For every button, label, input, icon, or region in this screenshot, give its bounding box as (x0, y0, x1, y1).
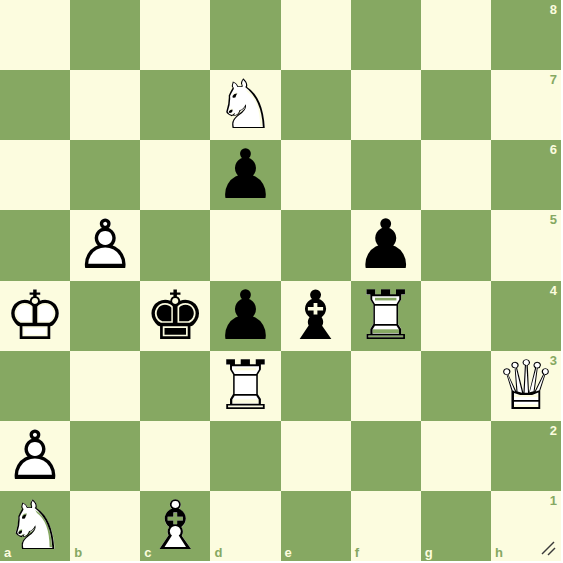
black-pawn[interactable]: ♟ (351, 210, 421, 280)
square-g7[interactable] (421, 70, 491, 140)
square-c3[interactable] (140, 351, 210, 421)
rank-label-7: 7 (550, 72, 557, 87)
chess-board: 8♞♘7♟6♟♙♟5♚♔♚♟♝♜♖4♜♖3♛♕♟♙2a♞♘bc♝♗defgh1 (0, 0, 561, 561)
square-f8[interactable] (351, 0, 421, 70)
square-d3[interactable]: ♜♖ (210, 351, 280, 421)
white-king[interactable]: ♚♔ (0, 281, 70, 351)
black-pawn-fill: ♟ (351, 210, 421, 280)
square-b3[interactable] (70, 351, 140, 421)
white-rook[interactable]: ♜♖ (210, 351, 280, 421)
white-king-outline: ♔ (0, 281, 70, 351)
square-e1[interactable]: e (281, 491, 351, 561)
square-b4[interactable] (70, 281, 140, 351)
white-pawn-outline: ♙ (70, 210, 140, 280)
black-pawn[interactable]: ♟ (210, 281, 280, 351)
square-e7[interactable] (281, 70, 351, 140)
square-c1[interactable]: c♝♗ (140, 491, 210, 561)
white-bishop[interactable]: ♝♗ (140, 491, 210, 561)
rank-label-4: 4 (550, 283, 557, 298)
square-c8[interactable] (140, 0, 210, 70)
square-g3[interactable] (421, 351, 491, 421)
square-c5[interactable] (140, 210, 210, 280)
square-f4[interactable]: ♜♖ (351, 281, 421, 351)
rank-label-8: 8 (550, 2, 557, 17)
square-d6[interactable]: ♟ (210, 140, 280, 210)
square-e2[interactable] (281, 421, 351, 491)
black-king-fill: ♚ (140, 281, 210, 351)
file-label-d: d (214, 545, 222, 560)
file-label-h: h (495, 545, 503, 560)
square-d8[interactable] (210, 0, 280, 70)
square-h6[interactable]: 6 (491, 140, 561, 210)
white-knight[interactable]: ♞♘ (210, 70, 280, 140)
white-queen-outline: ♕ (491, 351, 561, 421)
square-h3[interactable]: 3♛♕ (491, 351, 561, 421)
square-h4[interactable]: 4 (491, 281, 561, 351)
resize-handle-icon[interactable] (541, 541, 556, 556)
square-d7[interactable]: ♞♘ (210, 70, 280, 140)
white-queen[interactable]: ♛♕ (491, 351, 561, 421)
rank-label-5: 5 (550, 212, 557, 227)
square-f3[interactable] (351, 351, 421, 421)
square-b8[interactable] (70, 0, 140, 70)
white-bishop-outline: ♗ (140, 491, 210, 561)
square-a6[interactable] (0, 140, 70, 210)
white-rook-outline: ♖ (210, 351, 280, 421)
square-a1[interactable]: a♞♘ (0, 491, 70, 561)
square-d1[interactable]: d (210, 491, 280, 561)
square-a7[interactable] (0, 70, 70, 140)
white-rook[interactable]: ♜♖ (351, 281, 421, 351)
square-f1[interactable]: f (351, 491, 421, 561)
square-b1[interactable]: b (70, 491, 140, 561)
square-g6[interactable] (421, 140, 491, 210)
square-d4[interactable]: ♟ (210, 281, 280, 351)
white-pawn[interactable]: ♟♙ (70, 210, 140, 280)
black-pawn[interactable]: ♟ (210, 140, 280, 210)
square-c2[interactable] (140, 421, 210, 491)
square-c6[interactable] (140, 140, 210, 210)
rank-label-1: 1 (550, 493, 557, 508)
square-h7[interactable]: 7 (491, 70, 561, 140)
square-g4[interactable] (421, 281, 491, 351)
square-h8[interactable]: 8 (491, 0, 561, 70)
square-d2[interactable] (210, 421, 280, 491)
square-a4[interactable]: ♚♔ (0, 281, 70, 351)
square-a3[interactable] (0, 351, 70, 421)
file-label-f: f (355, 545, 359, 560)
white-pawn-outline: ♙ (0, 421, 70, 491)
file-label-b: b (74, 545, 82, 560)
square-g8[interactable] (421, 0, 491, 70)
square-h2[interactable]: 2 (491, 421, 561, 491)
file-label-e: e (285, 545, 292, 560)
square-e5[interactable] (281, 210, 351, 280)
square-g1[interactable]: g (421, 491, 491, 561)
rank-label-2: 2 (550, 423, 557, 438)
square-c4[interactable]: ♚ (140, 281, 210, 351)
square-f5[interactable]: ♟ (351, 210, 421, 280)
square-g5[interactable] (421, 210, 491, 280)
square-h1[interactable]: h1 (491, 491, 561, 561)
white-knight-outline: ♘ (0, 491, 70, 561)
white-knight[interactable]: ♞♘ (0, 491, 70, 561)
square-a8[interactable] (0, 0, 70, 70)
white-pawn[interactable]: ♟♙ (0, 421, 70, 491)
white-knight-outline: ♘ (210, 70, 280, 140)
square-b7[interactable] (70, 70, 140, 140)
square-f6[interactable] (351, 140, 421, 210)
white-rook-outline: ♖ (351, 281, 421, 351)
square-f2[interactable] (351, 421, 421, 491)
rank-label-6: 6 (550, 142, 557, 157)
square-e3[interactable] (281, 351, 351, 421)
square-e4[interactable]: ♝ (281, 281, 351, 351)
file-label-g: g (425, 545, 433, 560)
square-h5[interactable]: 5 (491, 210, 561, 280)
black-bishop-fill: ♝ (281, 281, 351, 351)
square-g2[interactable] (421, 421, 491, 491)
square-e6[interactable] (281, 140, 351, 210)
square-d5[interactable] (210, 210, 280, 280)
square-f7[interactable] (351, 70, 421, 140)
square-a2[interactable]: ♟♙ (0, 421, 70, 491)
black-pawn-fill: ♟ (210, 281, 280, 351)
black-king[interactable]: ♚ (140, 281, 210, 351)
square-b2[interactable] (70, 421, 140, 491)
square-c7[interactable] (140, 70, 210, 140)
black-pawn-fill: ♟ (210, 140, 280, 210)
square-b6[interactable] (70, 140, 140, 210)
square-b5[interactable]: ♟♙ (70, 210, 140, 280)
square-e8[interactable] (281, 0, 351, 70)
square-a5[interactable] (0, 210, 70, 280)
black-bishop[interactable]: ♝ (281, 281, 351, 351)
